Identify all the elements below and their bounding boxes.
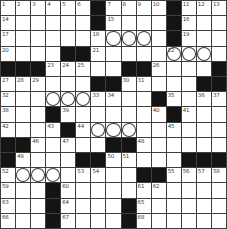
clue-number: 10 xyxy=(153,1,160,8)
grid-cell[interactable] xyxy=(91,214,105,228)
grid-cell[interactable]: 18 xyxy=(91,31,105,45)
circle-marker xyxy=(61,92,75,106)
grid-cell[interactable] xyxy=(16,123,30,137)
black-cell xyxy=(122,138,136,152)
circle-marker xyxy=(106,123,120,137)
grid-cell[interactable]: 22 xyxy=(167,47,181,61)
clue-number: 57 xyxy=(198,168,205,175)
black-cell xyxy=(122,62,136,76)
grid-cell[interactable] xyxy=(76,107,90,121)
black-cell xyxy=(76,47,90,61)
grid-cell[interactable]: 21 xyxy=(91,47,105,61)
grid-cell[interactable] xyxy=(76,16,90,30)
grid-cell[interactable] xyxy=(212,214,226,228)
grid-cell[interactable] xyxy=(76,77,90,91)
grid-cell[interactable] xyxy=(76,214,90,228)
circle-marker xyxy=(122,31,136,45)
black-cell xyxy=(137,62,151,76)
grid-cell[interactable] xyxy=(61,31,75,45)
black-cell xyxy=(137,168,151,182)
grid-cell[interactable] xyxy=(106,47,120,61)
grid-cell[interactable] xyxy=(31,107,45,121)
grid-cell[interactable]: 30 xyxy=(122,77,136,91)
grid-cell[interactable] xyxy=(122,107,136,121)
clue-number: 46 xyxy=(32,138,39,145)
grid-cell[interactable] xyxy=(46,16,60,30)
grid-cell[interactable] xyxy=(197,47,211,61)
grid-cell[interactable] xyxy=(152,31,166,45)
grid-cell[interactable]: 60 xyxy=(61,183,75,197)
grid-cell[interactable]: 44 xyxy=(76,123,90,137)
black-cell xyxy=(152,92,166,106)
black-cell xyxy=(91,153,105,167)
black-cell xyxy=(197,77,211,91)
clue-number: 13 xyxy=(213,1,220,8)
clue-number: 55 xyxy=(168,168,175,175)
grid-cell[interactable] xyxy=(137,31,151,45)
clue-number: 21 xyxy=(92,47,99,54)
grid-cell[interactable] xyxy=(46,77,60,91)
black-cell xyxy=(46,214,60,228)
clue-number: 39 xyxy=(62,107,69,114)
clue-number: 60 xyxy=(62,183,69,190)
grid-cell[interactable] xyxy=(31,16,45,30)
clue-number: 11 xyxy=(183,1,190,8)
clue-number: 61 xyxy=(138,183,145,190)
clue-number: 30 xyxy=(123,77,130,84)
grid-cell[interactable] xyxy=(137,47,151,61)
clue-number: 64 xyxy=(62,199,69,206)
grid-cell[interactable] xyxy=(137,107,151,121)
grid-cell[interactable]: 49 xyxy=(16,153,30,167)
clue-number: 8 xyxy=(123,1,126,8)
clue-number: 6 xyxy=(77,1,80,8)
grid-cell[interactable]: 8 xyxy=(122,1,136,15)
grid-cell[interactable] xyxy=(197,62,211,76)
grid-cell[interactable] xyxy=(152,214,166,228)
grid-cell[interactable] xyxy=(31,123,45,137)
black-cell xyxy=(76,153,90,167)
grid-cell[interactable] xyxy=(91,62,105,76)
clue-number: 36 xyxy=(198,92,205,99)
black-cell xyxy=(91,77,105,91)
grid-cell[interactable] xyxy=(137,92,151,106)
grid-cell[interactable] xyxy=(212,31,226,45)
clue-number: 50 xyxy=(107,153,114,160)
clue-number: 33 xyxy=(92,92,99,99)
grid-cell[interactable] xyxy=(182,199,196,213)
black-cell xyxy=(46,199,60,213)
black-cell xyxy=(91,1,105,15)
grid-cell[interactable] xyxy=(91,138,105,152)
black-cell xyxy=(16,138,30,152)
grid-cell[interactable] xyxy=(106,168,120,182)
black-cell xyxy=(91,16,105,30)
grid-cell[interactable] xyxy=(16,92,30,106)
clue-number: 27 xyxy=(2,77,9,84)
black-cell xyxy=(61,123,75,137)
grid-cell[interactable] xyxy=(31,47,45,61)
clue-number: 63 xyxy=(2,199,9,206)
black-cell xyxy=(167,107,181,121)
grid-cell[interactable]: 46 xyxy=(31,138,45,152)
grid-cell[interactable] xyxy=(76,31,90,45)
grid-cell[interactable]: 14 xyxy=(1,16,15,30)
circle-marker xyxy=(16,168,30,182)
clue-number: 49 xyxy=(17,153,24,160)
grid-cell[interactable]: 23 xyxy=(46,62,60,76)
grid-cell[interactable] xyxy=(61,168,75,182)
grid-cell[interactable] xyxy=(212,16,226,30)
grid-cell[interactable]: 65 xyxy=(137,199,151,213)
grid-cell[interactable] xyxy=(76,138,90,152)
grid-cell[interactable]: 33 xyxy=(91,92,105,106)
clue-number: 12 xyxy=(198,1,205,8)
grid-cell[interactable] xyxy=(212,123,226,137)
grid-cell[interactable] xyxy=(122,183,136,197)
grid-cell[interactable] xyxy=(91,183,105,197)
black-cell xyxy=(182,153,196,167)
grid-cell[interactable] xyxy=(182,138,196,152)
black-cell xyxy=(197,153,211,167)
clue-number: 4 xyxy=(47,1,50,8)
grid-cell[interactable]: 28 xyxy=(16,77,30,91)
grid-cell[interactable] xyxy=(91,107,105,121)
grid-cell[interactable] xyxy=(91,199,105,213)
grid-cell[interactable]: 16 xyxy=(182,16,196,30)
clue-number: 34 xyxy=(107,92,114,99)
clue-number: 48 xyxy=(138,138,145,145)
grid-cell[interactable] xyxy=(212,47,226,61)
grid-cell[interactable] xyxy=(31,183,45,197)
grid-cell[interactable] xyxy=(46,153,60,167)
clue-number: 54 xyxy=(92,168,99,175)
grid-cell[interactable] xyxy=(197,199,211,213)
grid-cell[interactable]: 2 xyxy=(16,1,30,15)
clue-number: 1 xyxy=(2,1,5,8)
circle-marker xyxy=(197,47,211,61)
grid-cell[interactable] xyxy=(167,138,181,152)
clue-number: 47 xyxy=(62,138,69,145)
grid-cell[interactable]: 38 xyxy=(1,107,15,121)
grid-cell[interactable]: 12 xyxy=(197,1,211,15)
circle-marker xyxy=(31,168,45,182)
grid-cell[interactable]: 20 xyxy=(1,47,15,61)
clue-number: 53 xyxy=(77,168,84,175)
grid-cell[interactable] xyxy=(31,214,45,228)
grid-cell[interactable]: 53 xyxy=(76,168,90,182)
clue-number: 14 xyxy=(2,16,9,23)
grid-cell[interactable] xyxy=(122,31,136,45)
grid-cell[interactable]: 35 xyxy=(167,92,181,106)
grid-cell[interactable]: 56 xyxy=(182,168,196,182)
clue-number: 23 xyxy=(47,62,54,69)
grid-cell[interactable] xyxy=(16,214,30,228)
grid-cell[interactable]: 1 xyxy=(1,1,15,15)
black-cell xyxy=(212,62,226,76)
grid-cell[interactable]: 6 xyxy=(76,1,90,15)
grid-cell[interactable]: 39 xyxy=(61,107,75,121)
grid-cell[interactable]: 62 xyxy=(152,183,166,197)
clue-number: 24 xyxy=(62,62,69,69)
grid-cell[interactable]: 5 xyxy=(61,1,75,15)
circle-marker xyxy=(91,123,105,137)
circle-marker xyxy=(137,31,151,45)
clue-number: 51 xyxy=(123,153,130,160)
grid-cell[interactable] xyxy=(16,168,30,182)
grid-cell[interactable] xyxy=(106,214,120,228)
grid-cell[interactable]: 43 xyxy=(46,123,60,137)
grid-cell[interactable]: 36 xyxy=(197,92,211,106)
grid-cell[interactable]: 15 xyxy=(106,16,120,30)
clue-number: 67 xyxy=(62,214,69,221)
black-cell xyxy=(122,199,136,213)
clue-number: 26 xyxy=(153,62,160,69)
clue-number: 17 xyxy=(2,31,9,38)
grid-cell[interactable] xyxy=(76,92,90,106)
grid-cell[interactable] xyxy=(167,214,181,228)
grid-cell[interactable] xyxy=(31,92,45,106)
clue-number: 18 xyxy=(92,31,99,38)
clue-number: 19 xyxy=(183,31,190,38)
grid-cell[interactable] xyxy=(122,47,136,61)
grid-cell[interactable]: 57 xyxy=(197,168,211,182)
clue-number: 28 xyxy=(17,77,24,84)
clue-number: 59 xyxy=(2,183,9,190)
grid-cell[interactable] xyxy=(152,153,166,167)
clue-number: 65 xyxy=(138,199,145,206)
clue-number: 43 xyxy=(47,123,54,130)
black-cell xyxy=(167,16,181,30)
grid-cell[interactable] xyxy=(106,31,120,45)
grid-cell[interactable]: 61 xyxy=(137,183,151,197)
grid-cell[interactable] xyxy=(16,199,30,213)
grid-cell[interactable]: 19 xyxy=(182,31,196,45)
grid-cell[interactable] xyxy=(152,16,166,30)
grid-cell[interactable] xyxy=(46,92,60,106)
grid-cell[interactable]: 63 xyxy=(1,199,15,213)
grid-cell[interactable] xyxy=(106,199,120,213)
clue-number: 9 xyxy=(138,1,141,8)
grid-cell[interactable] xyxy=(106,107,120,121)
grid-cell[interactable] xyxy=(167,199,181,213)
grid-cell[interactable] xyxy=(182,47,196,61)
grid-cell[interactable] xyxy=(212,138,226,152)
clue-number: 52 xyxy=(2,168,9,175)
clue-number: 20 xyxy=(2,47,9,54)
grid-cell[interactable] xyxy=(122,92,136,106)
grid-cell[interactable]: 37 xyxy=(212,92,226,106)
grid-cell[interactable] xyxy=(152,47,166,61)
circle-marker xyxy=(46,92,60,106)
grid-cell[interactable] xyxy=(197,16,211,30)
grid-cell[interactable] xyxy=(167,183,181,197)
grid-cell[interactable] xyxy=(76,183,90,197)
grid-cell[interactable] xyxy=(212,107,226,121)
grid-cell[interactable] xyxy=(197,138,211,152)
grid-cell[interactable] xyxy=(197,107,211,121)
grid-cell[interactable] xyxy=(152,123,166,137)
grid-cell[interactable]: 66 xyxy=(1,214,15,228)
grid-cell[interactable] xyxy=(137,153,151,167)
clue-number: 37 xyxy=(213,92,220,99)
clue-number: 56 xyxy=(183,168,190,175)
grid-cell[interactable]: 50 xyxy=(106,153,120,167)
grid-cell[interactable] xyxy=(106,123,120,137)
grid-cell[interactable] xyxy=(197,214,211,228)
grid-cell[interactable]: 67 xyxy=(61,214,75,228)
crossword-board: 1234567891011121314151617181920212223242… xyxy=(0,0,227,229)
clue-number: 42 xyxy=(2,123,9,130)
grid-cell[interactable] xyxy=(46,138,60,152)
grid-cell[interactable]: 11 xyxy=(182,1,196,15)
grid-cell[interactable]: 25 xyxy=(76,62,90,76)
grid-cell[interactable] xyxy=(182,123,196,137)
clue-number: 25 xyxy=(77,62,84,69)
grid-cell[interactable]: 7 xyxy=(106,1,120,15)
grid-cell[interactable] xyxy=(137,16,151,30)
grid-cell[interactable] xyxy=(61,153,75,167)
grid-cell[interactable]: 59 xyxy=(1,183,15,197)
grid-cell[interactable]: 24 xyxy=(61,62,75,76)
grid-cell[interactable] xyxy=(16,16,30,30)
black-cell xyxy=(61,47,75,61)
grid-cell[interactable]: 9 xyxy=(137,1,151,15)
circle-marker xyxy=(46,168,60,182)
clue-number: 22 xyxy=(168,47,175,54)
clue-number: 7 xyxy=(107,1,110,8)
circle-marker xyxy=(182,47,196,61)
clue-number: 44 xyxy=(77,123,84,130)
grid-cell[interactable] xyxy=(182,214,196,228)
clue-number: 40 xyxy=(153,107,160,114)
grid-cell[interactable]: 26 xyxy=(152,62,166,76)
black-cell xyxy=(1,62,15,76)
black-cell xyxy=(167,1,181,15)
black-cell xyxy=(1,138,15,152)
clue-number: 41 xyxy=(183,107,190,114)
clue-number: 45 xyxy=(168,123,175,130)
grid-cell[interactable]: 42 xyxy=(1,123,15,137)
grid-cell[interactable] xyxy=(16,47,30,61)
grid-cell[interactable]: 29 xyxy=(31,77,45,91)
grid-cell[interactable]: 45 xyxy=(167,123,181,137)
grid-cell[interactable] xyxy=(197,183,211,197)
clue-number: 66 xyxy=(2,214,9,221)
grid-cell[interactable]: 34 xyxy=(106,92,120,106)
grid-cell[interactable] xyxy=(46,47,60,61)
grid-cell[interactable]: 10 xyxy=(152,1,166,15)
grid-cell[interactable]: 32 xyxy=(1,92,15,106)
grid-cell[interactable]: 55 xyxy=(167,168,181,182)
grid-cell[interactable]: 47 xyxy=(61,138,75,152)
black-cell xyxy=(31,62,45,76)
clue-number: 3 xyxy=(32,1,35,8)
grid-cell[interactable] xyxy=(16,183,30,197)
clue-number: 35 xyxy=(168,92,175,99)
grid-cell[interactable] xyxy=(167,62,181,76)
grid-cell[interactable] xyxy=(31,153,45,167)
grid-cell[interactable] xyxy=(91,123,105,137)
black-cell xyxy=(152,168,166,182)
black-cell xyxy=(46,183,60,197)
black-cell xyxy=(16,62,30,76)
grid-cell[interactable] xyxy=(122,16,136,30)
grid-cell[interactable]: 48 xyxy=(137,138,151,152)
grid-cell[interactable]: 31 xyxy=(137,77,151,91)
grid-cell[interactable] xyxy=(61,77,75,91)
grid-cell[interactable] xyxy=(16,107,30,121)
grid-cell[interactable]: 4 xyxy=(46,1,60,15)
grid-cell[interactable]: 3 xyxy=(31,1,45,15)
grid-cell[interactable] xyxy=(31,31,45,45)
clue-number: 5 xyxy=(62,1,65,8)
grid-cell[interactable]: 54 xyxy=(91,168,105,182)
grid-cell[interactable] xyxy=(182,183,196,197)
grid-cell[interactable] xyxy=(137,123,151,137)
grid-cell[interactable] xyxy=(182,92,196,106)
grid-cell[interactable] xyxy=(152,138,166,152)
grid-cell[interactable] xyxy=(197,31,211,45)
grid-cell[interactable] xyxy=(197,123,211,137)
grid-cell[interactable] xyxy=(182,77,196,91)
grid-cell[interactable] xyxy=(122,168,136,182)
grid-cell[interactable]: 68 xyxy=(137,214,151,228)
grid-cell[interactable] xyxy=(61,16,75,30)
grid-cell[interactable] xyxy=(212,183,226,197)
grid-cell[interactable]: 58 xyxy=(212,168,226,182)
grid-cell[interactable] xyxy=(31,168,45,182)
grid-cell[interactable] xyxy=(46,31,60,45)
grid-cell[interactable] xyxy=(76,199,90,213)
grid-cell[interactable] xyxy=(16,31,30,45)
clue-number: 16 xyxy=(183,16,190,23)
circle-marker xyxy=(106,31,120,45)
black-cell xyxy=(106,77,120,91)
circle-marker xyxy=(122,123,136,137)
grid-cell[interactable]: 41 xyxy=(182,107,196,121)
grid-cell[interactable]: 51 xyxy=(122,153,136,167)
clue-number: 32 xyxy=(2,92,9,99)
clue-number: 31 xyxy=(138,77,145,84)
grid-cell[interactable]: 17 xyxy=(1,31,15,45)
grid-cell[interactable]: 27 xyxy=(1,77,15,91)
clue-number: 38 xyxy=(2,107,9,114)
grid-cell[interactable] xyxy=(167,153,181,167)
clue-number: 29 xyxy=(32,77,39,84)
grid-cell[interactable] xyxy=(106,62,120,76)
circle-marker xyxy=(76,92,90,106)
grid-cell[interactable]: 64 xyxy=(61,199,75,213)
grid-cell[interactable] xyxy=(167,77,181,91)
grid-cell[interactable] xyxy=(46,168,60,182)
grid-cell[interactable] xyxy=(106,183,120,197)
grid-cell[interactable]: 52 xyxy=(1,168,15,182)
grid-cell[interactable] xyxy=(122,123,136,137)
grid-cell[interactable] xyxy=(212,199,226,213)
grid-cell[interactable]: 40 xyxy=(152,107,166,121)
grid-cell[interactable]: 13 xyxy=(212,1,226,15)
clue-number: 2 xyxy=(17,1,20,8)
grid-cell[interactable] xyxy=(152,77,166,91)
grid-cell[interactable] xyxy=(182,62,196,76)
grid-cell[interactable] xyxy=(152,199,166,213)
black-cell xyxy=(212,77,226,91)
grid-cell[interactable] xyxy=(61,92,75,106)
black-cell xyxy=(1,153,15,167)
black-cell xyxy=(122,214,136,228)
grid-cell[interactable] xyxy=(31,199,45,213)
